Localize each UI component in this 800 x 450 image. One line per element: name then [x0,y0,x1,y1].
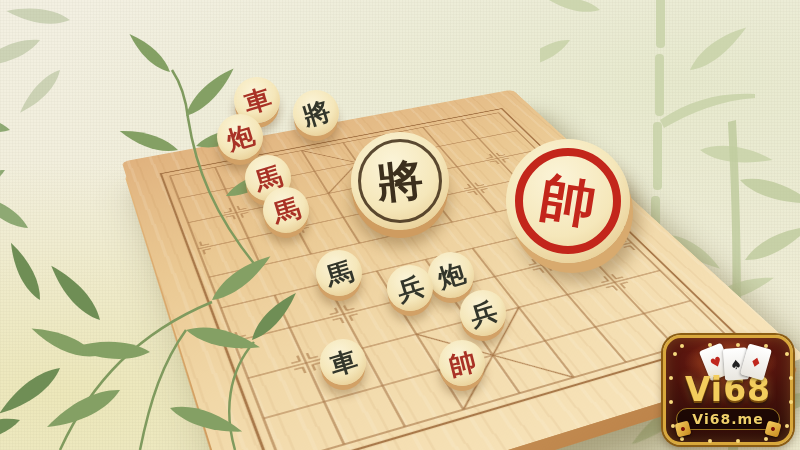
piece-black-general[interactable]: 將 [293,90,339,136]
piece-glyph: 帥 [536,171,600,232]
promo-scene: 車將炮馬馬馬兵炮兵車帥將帥 ♥♠♦ Vi68 Vi68.me [0,0,800,450]
piece-black-horse[interactable]: 馬 [316,250,362,296]
piece-black-soldier-1[interactable]: 兵 [387,265,433,311]
piece-red-general-large[interactable]: 帥 [506,139,630,263]
piece-black-soldier-2[interactable]: 兵 [460,290,506,336]
piece-red-general[interactable]: 帥 [439,340,485,386]
piece-black-cannon[interactable]: 炮 [428,252,474,298]
piece-glyph: 馬 [322,257,355,289]
piece-glyph: 車 [240,84,273,116]
piece-glyph: 兵 [466,297,499,329]
piece-glyph: 帥 [446,347,478,378]
piece-glyph: 車 [326,346,359,378]
piece-glyph: 將 [375,157,425,205]
dice-icon [764,420,781,437]
piece-glyph: 馬 [269,194,302,226]
piece-black-chariot[interactable]: 車 [320,339,366,385]
piece-glyph: 將 [299,97,332,129]
logo-domain-band: Vi68.me [676,408,780,430]
dice-icon [675,421,692,438]
piece-glyph: 炮 [434,259,467,291]
piece-red-cannon[interactable]: 炮 [217,114,263,160]
piece-red-horse-2[interactable]: 馬 [263,187,309,233]
piece-glyph: 炮 [223,121,256,153]
vi68-logo-badge[interactable]: ♥♠♦ Vi68 Vi68.me [663,335,793,445]
logo-domain-label: Vi68.me [692,411,763,427]
piece-glyph: 兵 [393,272,426,304]
piece-black-general-large[interactable]: 將 [351,132,449,230]
